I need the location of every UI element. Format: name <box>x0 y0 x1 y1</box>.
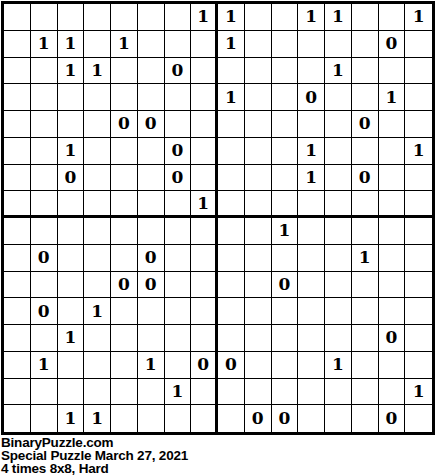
cell-r9c6[interactable] <box>138 218 165 245</box>
cell-r16c11: 0 <box>272 405 299 432</box>
cell-r10c5[interactable] <box>111 245 138 272</box>
cell-r14c6: 1 <box>138 352 165 379</box>
cell-r3c6[interactable] <box>138 58 165 85</box>
cell-r4c13[interactable] <box>325 84 352 111</box>
cell-r5c5: 0 <box>111 111 138 138</box>
cell-r4c8[interactable] <box>191 84 218 111</box>
cell-r15c3[interactable] <box>58 379 85 406</box>
cell-r13c11[interactable] <box>272 325 299 352</box>
cell-r5c13[interactable] <box>325 111 352 138</box>
cell-r14c2: 1 <box>31 352 58 379</box>
cell-r8c15[interactable] <box>379 191 406 218</box>
cell-r7c4[interactable] <box>84 165 111 192</box>
cell-r7c1[interactable] <box>4 165 31 192</box>
cell-r2c6[interactable] <box>138 31 165 58</box>
cell-r9c3[interactable] <box>58 218 85 245</box>
cell-r6c14[interactable] <box>352 138 379 165</box>
cell-r7c10[interactable] <box>245 165 272 192</box>
cell-r10c4[interactable] <box>84 245 111 272</box>
cell-r1c10[interactable] <box>245 4 272 31</box>
cell-r9c5[interactable] <box>111 218 138 245</box>
cell-r8c9[interactable] <box>218 191 245 218</box>
cell-r2c11[interactable] <box>272 31 299 58</box>
cell-r3c2[interactable] <box>31 58 58 85</box>
cell-r12c14[interactable] <box>352 298 379 325</box>
cell-r16c2[interactable] <box>31 405 58 432</box>
cell-r15c12[interactable] <box>298 379 325 406</box>
cell-r9c4[interactable] <box>84 218 111 245</box>
cell-r9c12[interactable] <box>298 218 325 245</box>
cell-r6c5[interactable] <box>111 138 138 165</box>
cell-r5c10[interactable] <box>245 111 272 138</box>
cell-r15c8[interactable] <box>191 379 218 406</box>
cell-r5c3[interactable] <box>58 111 85 138</box>
cell-r2c14[interactable] <box>352 31 379 58</box>
cell-r9c8[interactable] <box>191 218 218 245</box>
cell-r4c12: 0 <box>298 84 325 111</box>
cell-r6c9[interactable] <box>218 138 245 165</box>
cell-r9c14[interactable] <box>352 218 379 245</box>
cell-r5c7[interactable] <box>165 111 192 138</box>
cell-r10c8[interactable] <box>191 245 218 272</box>
cell-r1c12: 1 <box>298 4 325 31</box>
cell-r13c1[interactable] <box>4 325 31 352</box>
cell-r12c11[interactable] <box>272 298 299 325</box>
cell-r9c13[interactable] <box>325 218 352 245</box>
cell-r8c10[interactable] <box>245 191 272 218</box>
cell-r9c7[interactable] <box>165 218 192 245</box>
cell-r8c16[interactable] <box>405 191 432 218</box>
cell-r13c8[interactable] <box>191 325 218 352</box>
cell-r3c16[interactable] <box>405 58 432 85</box>
cell-r13c2[interactable] <box>31 325 58 352</box>
cell-r5c4[interactable] <box>84 111 111 138</box>
cell-r15c1[interactable] <box>4 379 31 406</box>
cell-r16c10: 0 <box>245 405 272 432</box>
cell-r8c1[interactable] <box>4 191 31 218</box>
cell-r8c14[interactable] <box>352 191 379 218</box>
cell-r7c3: 0 <box>58 165 85 192</box>
cell-r11c16[interactable] <box>405 272 432 299</box>
cell-r8c2[interactable] <box>31 191 58 218</box>
puzzle-page: 1111111110110110100010110010110010000110… <box>0 0 437 475</box>
cell-r13c6[interactable] <box>138 325 165 352</box>
cell-r12c7[interactable] <box>165 298 192 325</box>
cell-r15c2[interactable] <box>31 379 58 406</box>
cell-r11c1[interactable] <box>4 272 31 299</box>
cell-r3c13: 1 <box>325 58 352 85</box>
cell-r11c6: 0 <box>138 272 165 299</box>
cell-r11c7[interactable] <box>165 272 192 299</box>
cell-r10c12[interactable] <box>298 245 325 272</box>
cell-r2c12[interactable] <box>298 31 325 58</box>
cell-r16c3: 1 <box>58 405 85 432</box>
cell-r10c11[interactable] <box>272 245 299 272</box>
cell-r11c14[interactable] <box>352 272 379 299</box>
cell-r15c11[interactable] <box>272 379 299 406</box>
cell-r12c4: 1 <box>84 298 111 325</box>
cell-r14c8: 0 <box>191 352 218 379</box>
cell-r5c12[interactable] <box>298 111 325 138</box>
cell-r1c13: 1 <box>325 4 352 31</box>
cell-r3c9[interactable] <box>218 58 245 85</box>
cell-r16c7[interactable] <box>165 405 192 432</box>
cell-r2c4[interactable] <box>84 31 111 58</box>
cell-r7c6[interactable] <box>138 165 165 192</box>
cell-r6c2[interactable] <box>31 138 58 165</box>
cell-r1c16: 1 <box>405 4 432 31</box>
cell-r4c16[interactable] <box>405 84 432 111</box>
cell-r5c1[interactable] <box>4 111 31 138</box>
cell-r1c7[interactable] <box>165 4 192 31</box>
cell-r14c3[interactable] <box>58 352 85 379</box>
cell-r11c10[interactable] <box>245 272 272 299</box>
cell-r3c10[interactable] <box>245 58 272 85</box>
cell-r2c7[interactable] <box>165 31 192 58</box>
cell-r7c11[interactable] <box>272 165 299 192</box>
cell-r11c12[interactable] <box>298 272 325 299</box>
cell-r6c15[interactable] <box>379 138 406 165</box>
cell-r16c4: 1 <box>84 405 111 432</box>
cell-r15c9[interactable] <box>218 379 245 406</box>
cell-r8c13[interactable] <box>325 191 352 218</box>
cell-r11c5: 0 <box>111 272 138 299</box>
cell-r3c12[interactable] <box>298 58 325 85</box>
cell-r7c8[interactable] <box>191 165 218 192</box>
cell-r9c10[interactable] <box>245 218 272 245</box>
cell-r11c15[interactable] <box>379 272 406 299</box>
cell-r6c13[interactable] <box>325 138 352 165</box>
cell-r4c7[interactable] <box>165 84 192 111</box>
cell-r13c12[interactable] <box>298 325 325 352</box>
cell-r7c12: 1 <box>298 165 325 192</box>
cell-r6c11[interactable] <box>272 138 299 165</box>
cell-r3c15[interactable] <box>379 58 406 85</box>
cell-r12c13[interactable] <box>325 298 352 325</box>
cell-r7c2[interactable] <box>31 165 58 192</box>
cell-r6c6[interactable] <box>138 138 165 165</box>
cell-r14c14[interactable] <box>352 352 379 379</box>
cell-r4c11[interactable] <box>272 84 299 111</box>
cell-r13c15: 0 <box>379 325 406 352</box>
cell-r1c14[interactable] <box>352 4 379 31</box>
cell-r6c4[interactable] <box>84 138 111 165</box>
cell-r2c1[interactable] <box>4 31 31 58</box>
cell-r10c13[interactable] <box>325 245 352 272</box>
cell-r2c13[interactable] <box>325 31 352 58</box>
cell-r7c14: 0 <box>352 165 379 192</box>
cell-r14c11[interactable] <box>272 352 299 379</box>
cell-r6c16: 1 <box>405 138 432 165</box>
cell-r16c15: 0 <box>379 405 406 432</box>
cell-r3c3: 1 <box>58 58 85 85</box>
cell-r15c15[interactable] <box>379 379 406 406</box>
cell-r2c9: 1 <box>218 31 245 58</box>
binary-puzzle-board: 1111111110110110100010110010110010000110… <box>1 1 435 435</box>
cell-r14c1[interactable] <box>4 352 31 379</box>
cell-r5c2[interactable] <box>31 111 58 138</box>
cell-r14c10[interactable] <box>245 352 272 379</box>
cell-r6c1[interactable] <box>4 138 31 165</box>
cell-r12c6[interactable] <box>138 298 165 325</box>
cell-r16c1[interactable] <box>4 405 31 432</box>
cell-r1c3[interactable] <box>58 4 85 31</box>
cell-r1c4[interactable] <box>84 4 111 31</box>
cell-r5c16[interactable] <box>405 111 432 138</box>
cell-r4c5[interactable] <box>111 84 138 111</box>
cell-r14c12[interactable] <box>298 352 325 379</box>
cell-r15c7: 1 <box>165 379 192 406</box>
footer-puzzle-spec: 4 times 8x8, Hard <box>1 462 188 475</box>
cell-r6c12: 1 <box>298 138 325 165</box>
cell-r10c15[interactable] <box>379 245 406 272</box>
cell-r1c15[interactable] <box>379 4 406 31</box>
cell-r9c15[interactable] <box>379 218 406 245</box>
cell-r12c15[interactable] <box>379 298 406 325</box>
cell-r4c15: 1 <box>379 84 406 111</box>
cell-r4c6[interactable] <box>138 84 165 111</box>
cell-r9c16[interactable] <box>405 218 432 245</box>
cell-r16c14[interactable] <box>352 405 379 432</box>
cell-r1c8: 1 <box>191 4 218 31</box>
cell-r11c2[interactable] <box>31 272 58 299</box>
cell-r15c13[interactable] <box>325 379 352 406</box>
cell-r8c5[interactable] <box>111 191 138 218</box>
cell-r10c6: 0 <box>138 245 165 272</box>
cell-r4c4[interactable] <box>84 84 111 111</box>
cell-r13c10[interactable] <box>245 325 272 352</box>
cell-r12c1[interactable] <box>4 298 31 325</box>
cell-r2c10[interactable] <box>245 31 272 58</box>
cell-r8c11[interactable] <box>272 191 299 218</box>
cell-r10c10[interactable] <box>245 245 272 272</box>
cell-r9c2[interactable] <box>31 218 58 245</box>
cell-r5c14: 0 <box>352 111 379 138</box>
cell-r15c10[interactable] <box>245 379 272 406</box>
cell-r12c16[interactable] <box>405 298 432 325</box>
cell-r5c6: 0 <box>138 111 165 138</box>
cell-r11c8[interactable] <box>191 272 218 299</box>
cell-r10c7[interactable] <box>165 245 192 272</box>
cell-r16c16[interactable] <box>405 405 432 432</box>
cell-r11c9[interactable] <box>218 272 245 299</box>
cell-r8c12[interactable] <box>298 191 325 218</box>
cell-r3c1[interactable] <box>4 58 31 85</box>
cell-r15c16: 1 <box>405 379 432 406</box>
cell-r13c4[interactable] <box>84 325 111 352</box>
cell-r10c9[interactable] <box>218 245 245 272</box>
cell-r15c6[interactable] <box>138 379 165 406</box>
footer: BinaryPuzzle.com Special Puzzle March 27… <box>1 436 188 475</box>
cell-r10c16[interactable] <box>405 245 432 272</box>
cell-r15c5[interactable] <box>111 379 138 406</box>
cell-r12c2: 0 <box>31 298 58 325</box>
cell-r14c9: 0 <box>218 352 245 379</box>
cell-r4c1[interactable] <box>4 84 31 111</box>
cell-r11c11: 0 <box>272 272 299 299</box>
cell-r8c3[interactable] <box>58 191 85 218</box>
cell-r11c13[interactable] <box>325 272 352 299</box>
cell-r4c14[interactable] <box>352 84 379 111</box>
cell-r10c14: 1 <box>352 245 379 272</box>
cell-r4c10[interactable] <box>245 84 272 111</box>
cell-r14c7[interactable] <box>165 352 192 379</box>
cell-r13c7[interactable] <box>165 325 192 352</box>
cell-r2c15: 0 <box>379 31 406 58</box>
cell-r13c9[interactable] <box>218 325 245 352</box>
cell-r3c4: 1 <box>84 58 111 85</box>
cell-r16c8[interactable] <box>191 405 218 432</box>
cell-r6c10[interactable] <box>245 138 272 165</box>
cell-r16c6[interactable] <box>138 405 165 432</box>
cell-r6c7: 0 <box>165 138 192 165</box>
cell-r8c8: 1 <box>191 191 218 218</box>
cell-r1c11[interactable] <box>272 4 299 31</box>
cell-r11c4[interactable] <box>84 272 111 299</box>
cell-r1c5[interactable] <box>111 4 138 31</box>
cell-r3c7: 0 <box>165 58 192 85</box>
cell-r7c7: 0 <box>165 165 192 192</box>
cell-r5c15[interactable] <box>379 111 406 138</box>
cell-r13c14[interactable] <box>352 325 379 352</box>
cell-r5c11[interactable] <box>272 111 299 138</box>
cell-r14c4[interactable] <box>84 352 111 379</box>
cell-r7c9[interactable] <box>218 165 245 192</box>
cell-r7c13[interactable] <box>325 165 352 192</box>
cell-r16c13[interactable] <box>325 405 352 432</box>
cell-r16c5[interactable] <box>111 405 138 432</box>
cell-r15c4[interactable] <box>84 379 111 406</box>
cell-r7c5[interactable] <box>111 165 138 192</box>
cell-r4c2[interactable] <box>31 84 58 111</box>
cell-r12c10[interactable] <box>245 298 272 325</box>
cell-r5c9[interactable] <box>218 111 245 138</box>
cell-r8c7[interactable] <box>165 191 192 218</box>
cell-r16c9[interactable] <box>218 405 245 432</box>
cell-r4c3[interactable] <box>58 84 85 111</box>
cell-r15c14[interactable] <box>352 379 379 406</box>
cell-r7c16[interactable] <box>405 165 432 192</box>
cell-r3c8[interactable] <box>191 58 218 85</box>
cell-r11c3[interactable] <box>58 272 85 299</box>
cell-r13c16[interactable] <box>405 325 432 352</box>
cell-r1c2[interactable] <box>31 4 58 31</box>
cell-r8c6[interactable] <box>138 191 165 218</box>
cell-r6c8[interactable] <box>191 138 218 165</box>
cell-r14c13: 1 <box>325 352 352 379</box>
cell-r8c4[interactable] <box>84 191 111 218</box>
cell-r13c13[interactable] <box>325 325 352 352</box>
cell-r10c2: 0 <box>31 245 58 272</box>
cell-r3c5[interactable] <box>111 58 138 85</box>
cell-r13c5[interactable] <box>111 325 138 352</box>
cell-r13c3: 1 <box>58 325 85 352</box>
cell-r6c3: 1 <box>58 138 85 165</box>
cell-r12c3[interactable] <box>58 298 85 325</box>
cell-r10c1[interactable] <box>4 245 31 272</box>
cell-r12c12[interactable] <box>298 298 325 325</box>
cell-r16c12[interactable] <box>298 405 325 432</box>
cell-r4c9: 1 <box>218 84 245 111</box>
cell-r1c1[interactable] <box>4 4 31 31</box>
cell-r10c3[interactable] <box>58 245 85 272</box>
cell-r12c5[interactable] <box>111 298 138 325</box>
cell-r14c5[interactable] <box>111 352 138 379</box>
cell-r1c6[interactable] <box>138 4 165 31</box>
cell-r2c2: 1 <box>31 31 58 58</box>
cell-r1c9: 1 <box>218 4 245 31</box>
cell-r3c11[interactable] <box>272 58 299 85</box>
cell-r9c1[interactable] <box>4 218 31 245</box>
cell-r7c15[interactable] <box>379 165 406 192</box>
cell-r2c5: 1 <box>111 31 138 58</box>
cell-r14c16[interactable] <box>405 352 432 379</box>
cell-r2c3: 1 <box>58 31 85 58</box>
cell-r5c8[interactable] <box>191 111 218 138</box>
cell-r2c16[interactable] <box>405 31 432 58</box>
cell-r9c9[interactable] <box>218 218 245 245</box>
cell-r3c14[interactable] <box>352 58 379 85</box>
cell-r9c11: 1 <box>272 218 299 245</box>
cell-r2c8[interactable] <box>191 31 218 58</box>
cell-r14c15[interactable] <box>379 352 406 379</box>
cell-r12c8[interactable] <box>191 298 218 325</box>
cell-r12c9[interactable] <box>218 298 245 325</box>
